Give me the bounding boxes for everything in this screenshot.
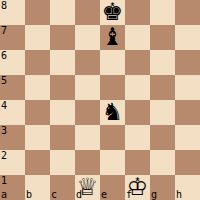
file-label-a: a [1,190,7,200]
square-h3[interactable] [175,125,200,150]
square-a7[interactable]: 7 [0,25,25,50]
square-e7[interactable]: ♝ [100,25,125,50]
rank-label-2: 2 [1,151,7,161]
square-h6[interactable] [175,50,200,75]
square-a3[interactable]: 3 [0,125,25,150]
square-d7[interactable] [75,25,100,50]
square-h4[interactable] [175,100,200,125]
square-c5[interactable] [50,75,75,100]
square-f1[interactable]: f♔ [125,175,150,200]
square-e8[interactable]: ♚ [100,0,125,25]
square-h1[interactable]: h [175,175,200,200]
square-b6[interactable] [25,50,50,75]
square-d1[interactable]: d♕ [75,175,100,200]
square-c4[interactable] [50,100,75,125]
file-label-b: b [26,190,32,200]
square-h5[interactable] [175,75,200,100]
square-c2[interactable] [50,150,75,175]
square-b4[interactable] [25,100,50,125]
square-a1[interactable]: 1a [0,175,25,200]
square-a8[interactable]: 8 [0,0,25,25]
square-b7[interactable] [25,25,50,50]
square-c6[interactable] [50,50,75,75]
square-e4[interactable]: ♞ [100,100,125,125]
square-f4[interactable] [125,100,150,125]
rank-label-4: 4 [1,101,7,111]
square-h2[interactable] [175,150,200,175]
square-d6[interactable] [75,50,100,75]
square-c1[interactable]: c [50,175,75,200]
square-g7[interactable] [150,25,175,50]
square-b3[interactable] [25,125,50,150]
square-f7[interactable] [125,25,150,50]
rank-label-7: 7 [1,26,7,36]
square-e1[interactable]: e [100,175,125,200]
black-bishop-e7[interactable]: ♝ [100,25,125,50]
rank-label-6: 6 [1,51,7,61]
file-label-h: h [176,190,182,200]
rank-label-1: 1 [1,176,7,186]
square-d3[interactable] [75,125,100,150]
square-a6[interactable]: 6 [0,50,25,75]
file-label-g: g [151,190,157,200]
square-a5[interactable]: 5 [0,75,25,100]
square-d4[interactable] [75,100,100,125]
black-king-e8[interactable]: ♚ [100,0,125,25]
square-c3[interactable] [50,125,75,150]
square-e6[interactable] [100,50,125,75]
white-king-f1[interactable]: ♔ [125,175,150,200]
square-f5[interactable] [125,75,150,100]
square-b8[interactable] [25,0,50,25]
square-f3[interactable] [125,125,150,150]
square-f8[interactable] [125,0,150,25]
rank-label-3: 3 [1,126,7,136]
rank-label-5: 5 [1,76,7,86]
square-g8[interactable] [150,0,175,25]
square-a2[interactable]: 2 [0,150,25,175]
square-g6[interactable] [150,50,175,75]
square-b5[interactable] [25,75,50,100]
square-c7[interactable] [50,25,75,50]
square-f6[interactable] [125,50,150,75]
square-e2[interactable] [100,150,125,175]
file-label-c: c [51,190,57,200]
square-g5[interactable] [150,75,175,100]
square-g1[interactable]: g [150,175,175,200]
square-e5[interactable] [100,75,125,100]
square-d2[interactable] [75,150,100,175]
file-label-e: e [101,190,107,200]
square-e3[interactable] [100,125,125,150]
square-b2[interactable] [25,150,50,175]
white-queen-d1[interactable]: ♕ [75,175,100,200]
square-h8[interactable] [175,0,200,25]
square-g3[interactable] [150,125,175,150]
square-c8[interactable] [50,0,75,25]
chess-board: 8♚7♝654♞321abcd♕ef♔gh [0,0,200,200]
rank-label-8: 8 [1,1,7,11]
black-knight-e4[interactable]: ♞ [100,100,125,125]
square-d8[interactable] [75,0,100,25]
square-g2[interactable] [150,150,175,175]
square-h7[interactable] [175,25,200,50]
square-a4[interactable]: 4 [0,100,25,125]
square-f2[interactable] [125,150,150,175]
square-b1[interactable]: b [25,175,50,200]
square-g4[interactable] [150,100,175,125]
square-d5[interactable] [75,75,100,100]
